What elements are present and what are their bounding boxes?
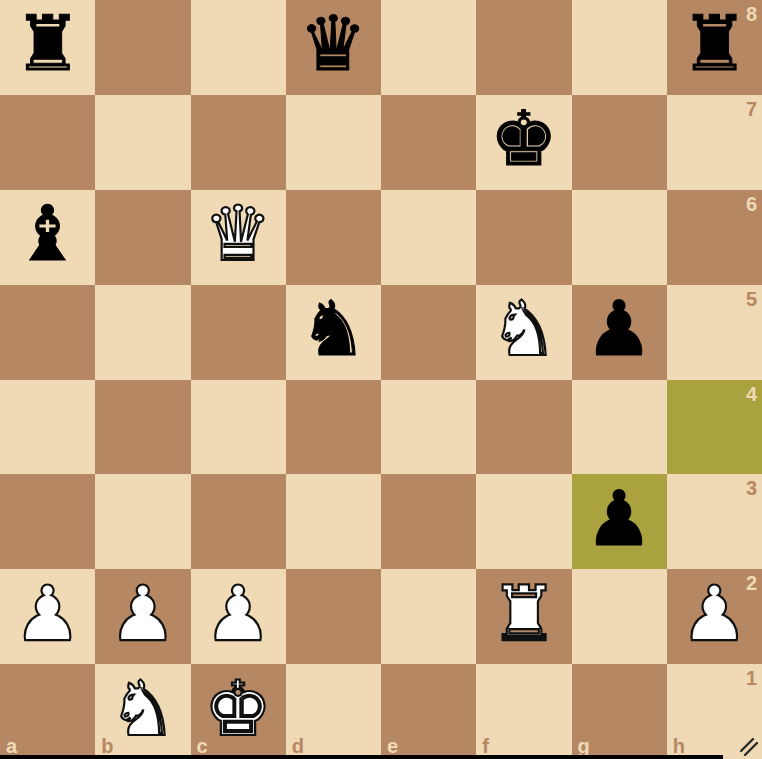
square-e4[interactable]	[381, 380, 476, 475]
coord-file-g: g	[578, 736, 590, 756]
square-b8[interactable]	[95, 0, 190, 95]
square-d4[interactable]	[286, 380, 381, 475]
white-knight[interactable]: ♞	[109, 671, 177, 747]
white-pawn[interactable]: ♟	[204, 576, 272, 652]
square-d1[interactable]: d	[286, 664, 381, 759]
square-f5[interactable]: ♞	[476, 285, 571, 380]
black-queen[interactable]: ♛	[299, 6, 367, 82]
square-e7[interactable]	[381, 95, 476, 190]
black-pawn[interactable]: ♟	[585, 481, 653, 557]
square-g5[interactable]: ♟	[572, 285, 667, 380]
black-rook[interactable]: ♜	[680, 6, 748, 82]
square-a3[interactable]	[0, 474, 95, 569]
square-g8[interactable]	[572, 0, 667, 95]
square-e6[interactable]	[381, 190, 476, 285]
black-king[interactable]: ♚	[490, 101, 558, 177]
coord-file-d: d	[292, 736, 304, 756]
coord-rank-2: 2	[746, 573, 757, 593]
square-b6[interactable]	[95, 190, 190, 285]
square-f7[interactable]: ♚	[476, 95, 571, 190]
square-c4[interactable]	[191, 380, 286, 475]
square-b3[interactable]	[95, 474, 190, 569]
square-c8[interactable]	[191, 0, 286, 95]
square-d8[interactable]: ♛	[286, 0, 381, 95]
square-h3[interactable]: 3	[667, 474, 762, 569]
square-g6[interactable]	[572, 190, 667, 285]
square-c6[interactable]: ♛	[191, 190, 286, 285]
coord-file-a: a	[6, 736, 17, 756]
square-c5[interactable]	[191, 285, 286, 380]
coord-file-h: h	[673, 736, 685, 756]
coord-rank-4: 4	[746, 384, 757, 404]
square-f6[interactable]	[476, 190, 571, 285]
square-c3[interactable]	[191, 474, 286, 569]
white-pawn[interactable]: ♟	[14, 576, 82, 652]
white-rook[interactable]: ♜	[490, 576, 558, 652]
square-f3[interactable]	[476, 474, 571, 569]
square-c1[interactable]: ♚c	[191, 664, 286, 759]
board-resize-handle[interactable]	[740, 738, 758, 756]
white-queen[interactable]: ♛	[204, 196, 272, 272]
coord-rank-6: 6	[746, 194, 757, 214]
square-a5[interactable]	[0, 285, 95, 380]
square-e5[interactable]	[381, 285, 476, 380]
square-d2[interactable]	[286, 569, 381, 664]
chess-board: ♜♛♜8♚7♝♛6♞♞♟54♟3♟♟♟♜♟2a♞b♚cdefg1h	[0, 0, 762, 759]
square-f4[interactable]	[476, 380, 571, 475]
white-knight[interactable]: ♞	[490, 291, 558, 367]
coord-rank-1: 1	[746, 668, 757, 688]
coord-rank-3: 3	[746, 478, 757, 498]
coord-file-b: b	[101, 736, 113, 756]
coord-file-c: c	[197, 736, 208, 756]
square-g4[interactable]	[572, 380, 667, 475]
square-h8[interactable]: ♜8	[667, 0, 762, 95]
coord-rank-7: 7	[746, 99, 757, 119]
square-a4[interactable]	[0, 380, 95, 475]
square-b1[interactable]: ♞b	[95, 664, 190, 759]
black-pawn[interactable]: ♟	[585, 291, 653, 367]
black-rook[interactable]: ♜	[14, 6, 82, 82]
square-h4[interactable]: 4	[667, 380, 762, 475]
square-b7[interactable]	[95, 95, 190, 190]
square-h5[interactable]: 5	[667, 285, 762, 380]
square-e8[interactable]	[381, 0, 476, 95]
square-b5[interactable]	[95, 285, 190, 380]
white-pawn[interactable]: ♟	[680, 576, 748, 652]
square-f1[interactable]: f	[476, 664, 571, 759]
coord-rank-8: 8	[746, 4, 757, 24]
square-g2[interactable]	[572, 569, 667, 664]
square-g7[interactable]	[572, 95, 667, 190]
coord-file-f: f	[482, 736, 489, 756]
square-f2[interactable]: ♜	[476, 569, 571, 664]
square-h7[interactable]: 7	[667, 95, 762, 190]
square-d5[interactable]: ♞	[286, 285, 381, 380]
white-king[interactable]: ♚	[204, 671, 272, 747]
square-a7[interactable]	[0, 95, 95, 190]
square-a6[interactable]: ♝	[0, 190, 95, 285]
black-bishop[interactable]: ♝	[14, 196, 82, 272]
square-d7[interactable]	[286, 95, 381, 190]
square-e1[interactable]: e	[381, 664, 476, 759]
square-e2[interactable]	[381, 569, 476, 664]
square-d6[interactable]	[286, 190, 381, 285]
square-c2[interactable]: ♟	[191, 569, 286, 664]
white-pawn[interactable]: ♟	[109, 576, 177, 652]
square-g1[interactable]: g	[572, 664, 667, 759]
black-knight[interactable]: ♞	[299, 291, 367, 367]
coord-rank-5: 5	[746, 289, 757, 309]
square-f8[interactable]	[476, 0, 571, 95]
square-c7[interactable]	[191, 95, 286, 190]
square-d3[interactable]	[286, 474, 381, 569]
square-e3[interactable]	[381, 474, 476, 569]
square-a2[interactable]: ♟	[0, 569, 95, 664]
square-g3[interactable]: ♟	[572, 474, 667, 569]
square-b4[interactable]	[95, 380, 190, 475]
square-a8[interactable]: ♜	[0, 0, 95, 95]
square-a1[interactable]: a	[0, 664, 95, 759]
square-h2[interactable]: ♟2	[667, 569, 762, 664]
bottom-edge-bar	[0, 755, 723, 759]
square-h6[interactable]: 6	[667, 190, 762, 285]
coord-file-e: e	[387, 736, 398, 756]
square-b2[interactable]: ♟	[95, 569, 190, 664]
